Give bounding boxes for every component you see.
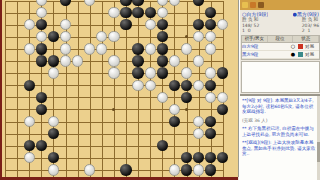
board-gridline-v [17,1,18,178]
black-stone [193,19,204,30]
go-client-window: ○白方(9段) ●黑方(9段) 胜 负 和 148/ 52 1 0 胜 负 和 … [0,0,320,180]
black-stone [217,67,228,78]
go-board[interactable] [2,0,239,177]
black-stone [157,140,168,151]
black-stone [181,80,192,91]
white-stone [193,116,204,127]
white-stone [145,43,156,54]
window-bottom-border [0,177,238,180]
black-stone [217,152,228,163]
black-stone [205,80,216,91]
white-stone [72,55,83,66]
toolbar-icon-1[interactable] [242,2,248,8]
white-stone [205,67,216,78]
black-stone [217,104,228,115]
black-stone [193,152,204,163]
white-stone [36,31,47,42]
table-row[interactable]: 黑方9段 ● 对局 [242,51,319,59]
black-stone [36,140,47,151]
black-stone [181,164,192,175]
white-stone [108,31,119,42]
white-stone [181,67,192,78]
white-stone [24,19,35,30]
chat-system-note: (旁观 36 人) [242,118,316,124]
player-stats: 胜 负 和 148/ 52 1 0 胜 负 和 203/ 96 2 1 [240,17,320,34]
black-stone [157,55,168,66]
white-stone [60,31,71,42]
chat-area[interactable]: **[9段 对 9段]: 本局黑贴3又3/4子, 每方2小时, 读秒60秒5次,… [240,94,320,180]
black-stone [120,164,131,175]
hoshi-point [185,35,188,38]
chat-message: ** 右下角黑棋已活, 白棋需在中腹与上边寻找机会, 双方胜负尚未可知. [242,126,316,137]
black-stone [169,80,180,91]
chat-message: **[观战](9段): 上边大块攻防是本局焦点, 黑如先手补净则优势, 请大家欣… [242,140,316,157]
white-stone [60,55,71,66]
white-stone [205,92,216,103]
white-stone [36,7,47,18]
panel-toolbar [240,0,320,10]
white-stone [205,43,216,54]
black-stone [157,43,168,54]
black-stone [132,0,143,6]
black-stone [48,55,59,66]
black-stone [48,128,59,139]
black-stone [132,43,143,54]
white-stone [193,164,204,175]
black-stone [205,152,216,163]
row-player-name: 白方9段 [242,44,290,49]
black-stone [60,0,71,6]
black-stone [205,116,216,127]
white-stone [60,19,71,30]
white-stone [48,164,59,175]
table-row[interactable]: 白方9段 ○ 对局 [242,43,319,51]
side-panel: ○白方(9段) ●黑方(9段) 胜 负 和 148/ 52 1 0 胜 负 和 … [239,0,320,180]
white-stone [145,19,156,30]
toolbar-icon-3[interactable] [258,2,264,8]
white-stone [169,0,180,6]
hoshi-point [185,108,188,111]
black-stone-icon: ● [291,52,295,57]
white-player-stats: 胜 负 和 148/ 52 1 0 [242,17,259,34]
black-stone [169,116,180,127]
white-stone [145,67,156,78]
white-stone [193,80,204,91]
rank-flag-icon [298,44,303,49]
black-stone [36,43,47,54]
white-stone [24,43,35,54]
black-stone [36,92,47,103]
row-status: 对局 [305,44,319,49]
spectator-list-area[interactable] [241,61,320,94]
rank-flag-icon [298,52,303,57]
row-status: 对局 [305,52,319,57]
white-stone [84,43,95,54]
table-header: 棋手/男女 段位 状态 [242,36,319,43]
chat-message: **[9段 对 9段]: 本局黑贴3又3/4子, 每方2小时, 读秒60秒5次,… [242,98,316,115]
white-stone [157,7,168,18]
col-name[interactable]: 棋手/男女 [242,36,268,42]
white-stone [36,0,47,6]
black-stone [120,19,131,30]
col-status[interactable]: 状态 [293,36,319,42]
black-stone [132,67,143,78]
board-gridline-v [90,1,91,178]
board-gridline-v [5,1,6,178]
white-stone [145,80,156,91]
col-rank[interactable]: 段位 [268,36,294,42]
board-gridline-v [53,1,54,178]
board-gridline-v [114,1,115,178]
white-stone [169,55,180,66]
white-stone [48,116,59,127]
window-left-border [0,0,2,180]
black-stone [157,19,168,30]
black-stone [205,7,216,18]
white-stone [169,104,180,115]
white-stone [24,152,35,163]
white-stone [48,67,59,78]
white-stone [132,80,143,91]
black-stone [36,19,47,30]
white-stone [157,0,168,6]
row-player-name: 黑方9段 [242,52,290,57]
spectator-table: 棋手/男女 段位 状态 白方9段 ○ 对局 黑方9段 ● 对局 [241,35,320,60]
board-gridline-v [102,1,103,178]
black-stone [132,7,143,18]
white-stone [193,55,204,66]
white-stone [217,92,228,103]
white-stone [205,31,216,42]
black-stone [181,152,192,163]
black-stone [24,140,35,151]
black-player-stats: 胜 负 和 203/ 96 2 1 [302,17,319,34]
white-stone [193,31,204,42]
white-stone [108,67,119,78]
white-stone [60,43,71,54]
board-gridline-h [5,134,223,135]
white-stone [108,55,119,66]
black-stone [157,31,168,42]
hoshi-point [112,108,115,111]
black-stone [36,104,47,115]
black-stone [205,164,216,175]
toolbar-icon-2[interactable] [250,2,256,8]
board-gridline-h [5,122,223,123]
black-stone [48,31,59,42]
black-stone [145,7,156,18]
white-stone-icon: ○ [291,44,295,49]
black-stone [205,19,216,30]
black-stone [24,80,35,91]
white-stone [24,116,35,127]
black-stone [181,92,192,103]
white-stone [96,31,107,42]
white-stone [217,19,228,30]
black-stone [193,0,204,6]
black-stone [157,67,168,78]
board-gridline-v [78,1,79,178]
white-stone [157,92,168,103]
white-stone [96,43,107,54]
black-stone [132,55,143,66]
white-stone [108,7,119,18]
white-stone [84,0,95,6]
white-stone [169,164,180,175]
white-stone [84,164,95,175]
white-stone [181,43,192,54]
player-info-bar: ○白方(9段) ●黑方(9段) [240,10,320,17]
black-stone [36,55,47,66]
white-stone [193,128,204,139]
black-stone [205,128,216,139]
black-stone [120,7,131,18]
black-stone [48,152,59,163]
black-stone [120,0,131,6]
